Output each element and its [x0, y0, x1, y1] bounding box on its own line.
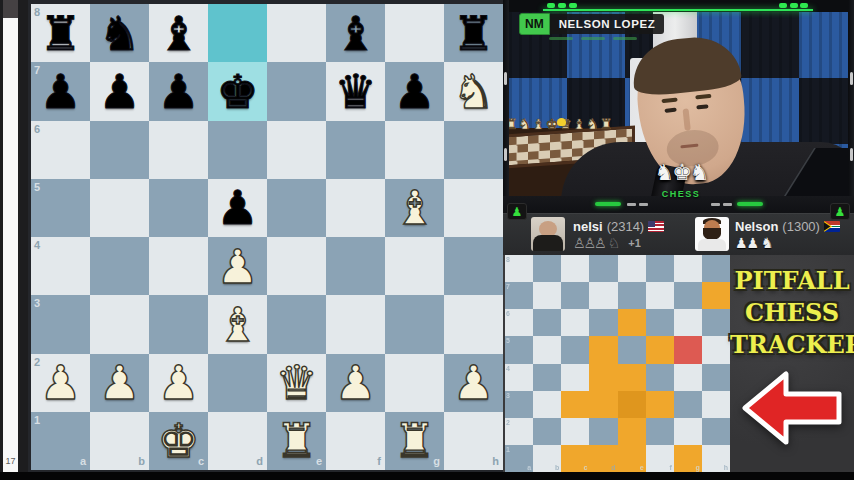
square-c4[interactable] [149, 237, 208, 295]
file-label-d: d [256, 456, 263, 467]
streamer-name: NELSON LOPEZ [550, 14, 665, 34]
tracker-square-g4 [674, 364, 702, 391]
square-a4[interactable]: 4 [31, 237, 90, 295]
tracker-square-d5 [589, 336, 617, 363]
black-pawn-g7[interactable]: ♟ [385, 62, 444, 120]
hinge-mark [504, 148, 507, 161]
desk-chess-pieces: ♜♞♝♚♛♝♞♜ [505, 116, 635, 132]
tracker-square-d7 [589, 282, 617, 309]
white-player-rating: (2314) [607, 219, 645, 234]
black-pawn-c7[interactable]: ♟ [149, 62, 208, 120]
rank-label-7: 7 [34, 65, 40, 76]
tracker-square-b5 [533, 336, 561, 363]
tracker-square-a2: 2 [505, 418, 533, 445]
eye [696, 104, 708, 109]
white-pawn-b2[interactable]: ♟ [90, 354, 149, 412]
tracker-square-c8 [561, 255, 589, 282]
left-gutter: 17 [0, 0, 31, 472]
black-king-d7[interactable]: ♚ [208, 62, 267, 120]
scrollbar-thumb[interactable] [3, 0, 18, 18]
square-a1[interactable]: 1a [31, 412, 90, 470]
square-b6[interactable] [90, 121, 149, 179]
tracker-panel: PITFALL CHESS TRACKER [730, 255, 854, 472]
tracker-square-g6 [674, 309, 702, 336]
black-knight-b8[interactable]: ♞ [90, 4, 149, 62]
tracker-file-label-a: a [527, 464, 531, 471]
tracker-square-e2 [618, 418, 646, 445]
tracker-section: 87654321abcdefgh PITFALL CHESS TRACKER [503, 255, 854, 472]
black-bishop-f8[interactable]: ♝ [326, 4, 385, 62]
square-c2[interactable]: ♟ [149, 354, 208, 412]
white-queen-e2[interactable]: ♛ [267, 354, 326, 412]
square-e1[interactable]: e♜ [267, 412, 326, 470]
captured-pawns-white-tray: ♙♙♙ [573, 236, 605, 250]
tracker-square-a1: 1a [505, 445, 533, 472]
za-flag-icon [824, 221, 840, 232]
hinge-mark [504, 72, 507, 85]
square-g6[interactable] [385, 121, 444, 179]
tracker-rank-label-1: 1 [506, 446, 510, 453]
square-g8[interactable] [385, 4, 444, 62]
tracker-square-a3: 3 [505, 391, 533, 418]
tracker-rank-label-2: 2 [506, 419, 510, 426]
main-board-frame: 8♜♞♝♝♜7♟♟♟♚♛♟♞65♟♝4♟3♝2♟♟♟♛♟♟1abc♚de♜fg♜… [28, 0, 503, 472]
red-left-arrow-icon [740, 355, 844, 461]
tracker-square-g1: g [674, 445, 702, 472]
square-g5[interactable]: ♝ [385, 179, 444, 237]
tracker-square-a7: 7 [505, 282, 533, 309]
tracker-file-label-c: c [583, 464, 587, 471]
square-b7[interactable]: ♟ [90, 62, 149, 120]
square-f2[interactable]: ♟ [326, 354, 385, 412]
square-f3[interactable] [326, 295, 385, 353]
file-label-e: e [316, 456, 322, 467]
badge-underline [613, 37, 637, 40]
square-c6[interactable] [149, 121, 208, 179]
tracker-square-b1: b [533, 445, 561, 472]
tracker-rank-label-5: 5 [506, 337, 510, 344]
square-d4[interactable]: ♟ [208, 237, 267, 295]
right-panel: ♜♞♝♚♛♝♞♜ [503, 0, 854, 472]
square-a5[interactable]: 5 [31, 179, 90, 237]
tracker-file-label-h: h [724, 464, 728, 471]
square-d2[interactable] [208, 354, 267, 412]
frame-dash [639, 203, 648, 206]
black-queen-f7[interactable]: ♛ [326, 62, 385, 120]
tracker-square-d8 [589, 255, 617, 282]
black-player-name: Nelson [735, 219, 778, 234]
tracker-square-e7 [618, 282, 646, 309]
tracker-square-c2 [561, 418, 589, 445]
tracker-square-g8 [674, 255, 702, 282]
square-d7[interactable]: ♚ [208, 62, 267, 120]
square-d5[interactable]: ♟ [208, 179, 267, 237]
tracker-square-c6 [561, 309, 589, 336]
square-e2[interactable]: ♛ [267, 354, 326, 412]
green-accent [595, 202, 621, 206]
tracker-square-b4 [533, 364, 561, 391]
tracker-square-e8 [618, 255, 646, 282]
square-d8[interactable] [208, 4, 267, 62]
title-badge: NM [519, 13, 550, 35]
file-label-b: b [138, 456, 145, 467]
tracker-square-c4 [561, 364, 589, 391]
frame-dash [723, 203, 732, 206]
black-player-rating: (1300) [782, 219, 820, 234]
club-logo-text: CHESS [649, 189, 713, 199]
audio-meter-dot [779, 3, 787, 8]
tracker-square-f4 [646, 364, 674, 391]
white-pawn-h2[interactable]: ♟ [444, 354, 503, 412]
square-c7[interactable]: ♟ [149, 62, 208, 120]
square-c5[interactable] [149, 179, 208, 237]
frame-dash [627, 203, 636, 206]
square-h6[interactable] [444, 121, 503, 179]
tracker-square-e6 [618, 309, 646, 336]
square-b8[interactable]: ♞ [90, 4, 149, 62]
rank-label-8: 8 [34, 7, 40, 18]
us-flag-icon [648, 221, 664, 232]
audio-meter-dot [790, 3, 798, 8]
captured-pawns-black-tray: ♟♟ [735, 236, 758, 250]
rank-label-3: 3 [34, 298, 40, 309]
file-label-a: a [80, 456, 86, 467]
tracker-square-a6: 6 [505, 309, 533, 336]
tracker-square-f2 [646, 418, 674, 445]
tracker-square-f5 [646, 336, 674, 363]
audio-meter-dot [558, 3, 566, 8]
square-g7[interactable]: ♟ [385, 62, 444, 120]
eyebrow [695, 94, 711, 100]
square-h1[interactable]: h [444, 412, 503, 470]
black-pawn-b7[interactable]: ♟ [90, 62, 149, 120]
tracker-square-e3 [618, 391, 646, 418]
avatar-body [533, 235, 563, 251]
audio-meter-dot [800, 3, 808, 8]
tracker-square-f6 [646, 309, 674, 336]
square-a3[interactable]: 3 [31, 295, 90, 353]
black-player-avatar [695, 217, 729, 251]
square-h3[interactable] [444, 295, 503, 353]
tracker-square-b2 [533, 418, 561, 445]
square-f5[interactable] [326, 179, 385, 237]
main-chess-board[interactable]: 8♜♞♝♝♜7♟♟♟♚♛♟♞65♟♝4♟3♝2♟♟♟♛♟♟1abc♚de♜fg♜… [31, 4, 503, 470]
square-a2[interactable]: 2♟ [31, 354, 90, 412]
tracker-file-label-g: g [696, 464, 700, 471]
square-d1[interactable]: d [208, 412, 267, 470]
tracker-square-a5: 5 [505, 336, 533, 363]
file-label-c: c [198, 456, 204, 467]
hinge-mark [850, 148, 853, 161]
square-f4[interactable] [326, 237, 385, 295]
rubber-duck [557, 118, 566, 126]
white-player-name: nelsi [573, 219, 603, 234]
square-b1[interactable]: b [90, 412, 149, 470]
square-e7[interactable] [267, 62, 326, 120]
tracker-file-label-b: b [555, 464, 559, 471]
file-label-h: h [492, 456, 499, 467]
badge-underline [581, 37, 605, 40]
tracker-rank-label-6: 6 [506, 310, 510, 317]
tracker-square-h5 [702, 336, 730, 363]
audio-meter-dot [547, 3, 555, 8]
green-pawn-icon-left: ♟ [507, 203, 527, 220]
black-bishop-c8[interactable]: ♝ [149, 4, 208, 62]
tracker-square-d3 [589, 391, 617, 418]
badge-underline [549, 37, 573, 40]
square-g4[interactable] [385, 237, 444, 295]
tracker-square-b6 [533, 309, 561, 336]
square-h8[interactable]: ♜ [444, 4, 503, 62]
bottom-letterbox-bar [0, 472, 854, 480]
material-advantage: +1 [628, 237, 641, 249]
square-e8[interactable] [267, 4, 326, 62]
square-b5[interactable] [90, 179, 149, 237]
club-logo-knights-icon: ♞♚♞ [649, 158, 713, 189]
square-f6[interactable] [326, 121, 385, 179]
tracker-square-b3 [533, 391, 561, 418]
tracker-square-g7 [674, 282, 702, 309]
black-rook-h8[interactable]: ♜ [444, 4, 503, 62]
tracker-file-label-e: e [640, 464, 644, 471]
square-a8[interactable]: 8♜ [31, 4, 90, 62]
square-e5[interactable] [267, 179, 326, 237]
tracker-rank-label-7: 7 [506, 283, 510, 290]
square-a6[interactable]: 6 [31, 121, 90, 179]
tracker-file-label-f: f [669, 464, 671, 471]
tracker-square-c7 [561, 282, 589, 309]
tracker-title-line1: PITFALL [730, 265, 854, 297]
tracker-file-label-d: d [611, 464, 615, 471]
tracker-square-c5 [561, 336, 589, 363]
square-c1[interactable]: c♚ [149, 412, 208, 470]
square-d6[interactable] [208, 121, 267, 179]
tracker-square-h3 [702, 391, 730, 418]
white-player-avatar [531, 217, 565, 251]
tracker-square-g5 [674, 336, 702, 363]
tracker-square-f7 [646, 282, 674, 309]
rank-label-2: 2 [34, 357, 40, 368]
captured-knight-black-tray: ♞ [761, 236, 775, 250]
white-pawn-c2[interactable]: ♟ [149, 354, 208, 412]
square-g2[interactable] [385, 354, 444, 412]
cam-frame-left [503, 0, 509, 196]
tracker-square-h1: h [702, 445, 730, 472]
square-e4[interactable] [267, 237, 326, 295]
rank-label-6: 6 [34, 124, 40, 135]
tracker-square-e1: e [618, 445, 646, 472]
square-h5[interactable] [444, 179, 503, 237]
square-g1[interactable]: g♜ [385, 412, 444, 470]
square-d3[interactable]: ♝ [208, 295, 267, 353]
square-h2[interactable]: ♟ [444, 354, 503, 412]
file-label-g: g [433, 456, 440, 467]
square-b2[interactable]: ♟ [90, 354, 149, 412]
green-pawn-icon-right: ♟ [830, 203, 850, 220]
nose [683, 108, 691, 131]
square-a7[interactable]: 7♟ [31, 62, 90, 120]
square-f7[interactable]: ♛ [326, 62, 385, 120]
tracker-square-e4 [618, 364, 646, 391]
audio-meter-line [543, 9, 813, 11]
square-h7[interactable]: ♞ [444, 62, 503, 120]
tracker-square-f3 [646, 391, 674, 418]
white-pawn-f2[interactable]: ♟ [326, 354, 385, 412]
square-h4[interactable] [444, 237, 503, 295]
pitfall-tracker-board: 87654321abcdefgh [505, 255, 730, 472]
tracker-square-a4: 4 [505, 364, 533, 391]
white-knight-h7[interactable]: ♞ [444, 62, 503, 120]
eye [664, 108, 676, 113]
audio-meter-dot [569, 3, 577, 8]
rank-label-4: 4 [34, 240, 40, 251]
stream-frame: 17 8♜♞♝♝♜7♟♟♟♚♛♟♞65♟♝4♟3♝2♟♟♟♛♟♟1abc♚de♜… [0, 0, 854, 480]
side-scrollbar[interactable]: 17 [3, 0, 18, 472]
tracker-square-e5 [618, 336, 646, 363]
tracker-square-b8 [533, 255, 561, 282]
tracker-square-h4 [702, 364, 730, 391]
tracker-square-d1: d [589, 445, 617, 472]
tracker-rank-label-4: 4 [506, 365, 510, 372]
rank-label-5: 5 [34, 182, 40, 193]
square-e6[interactable] [267, 121, 326, 179]
captured-knight-white-tray: ♘ [608, 236, 621, 250]
tracker-square-c3 [561, 391, 589, 418]
rank-label-1: 1 [34, 415, 40, 426]
eyebrow [661, 97, 677, 103]
tracker-square-b7 [533, 282, 561, 309]
cam-frame-right [848, 0, 854, 196]
square-e3[interactable] [267, 295, 326, 353]
white-pawn-d4[interactable]: ♟ [208, 237, 267, 295]
square-c3[interactable] [149, 295, 208, 353]
hinge-mark [850, 72, 853, 85]
tracker-square-g3 [674, 391, 702, 418]
tracker-square-h6 [702, 309, 730, 336]
square-f1[interactable]: f [326, 412, 385, 470]
square-b3[interactable] [90, 295, 149, 353]
square-b4[interactable] [90, 237, 149, 295]
tracker-square-d6 [589, 309, 617, 336]
green-accent [737, 202, 763, 206]
white-bishop-d3[interactable]: ♝ [208, 295, 267, 353]
square-g3[interactable] [385, 295, 444, 353]
avatar-body [698, 239, 726, 251]
player-bar: nelsi (2314) ♙♙♙ ♘ +1 Nelson (1300) [503, 213, 854, 255]
tracker-square-d4 [589, 364, 617, 391]
chess-club-logo: ♞♚♞ CHESS [649, 158, 713, 214]
tracker-title-line2: CHESS [730, 297, 854, 329]
tracker-square-h2 [702, 418, 730, 445]
tracker-square-g2 [674, 418, 702, 445]
move-number: 17 [3, 456, 18, 466]
square-c8[interactable]: ♝ [149, 4, 208, 62]
tracker-square-d2 [589, 418, 617, 445]
tracker-square-f8 [646, 255, 674, 282]
white-bishop-g5[interactable]: ♝ [385, 179, 444, 237]
black-pawn-d5[interactable]: ♟ [208, 179, 267, 237]
tracker-rank-label-8: 8 [506, 256, 510, 263]
tracker-rank-label-3: 3 [506, 392, 510, 399]
tracker-square-f1: f [646, 445, 674, 472]
tracker-square-c1: c [561, 445, 589, 472]
file-label-f: f [377, 456, 381, 467]
tracker-square-a8: 8 [505, 255, 533, 282]
tracker-square-h8 [702, 255, 730, 282]
tracker-square-h7 [702, 282, 730, 309]
square-f8[interactable]: ♝ [326, 4, 385, 62]
